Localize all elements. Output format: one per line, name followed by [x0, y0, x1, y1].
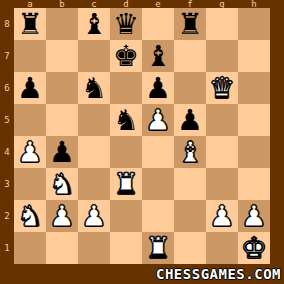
- file-label-b: b: [46, 0, 78, 8]
- square-c4[interactable]: [78, 136, 110, 168]
- square-e2[interactable]: [142, 200, 174, 232]
- square-h1[interactable]: ♚: [238, 232, 270, 264]
- square-a7[interactable]: [14, 40, 46, 72]
- square-c8[interactable]: ♝: [78, 8, 110, 40]
- black-rook-f8[interactable]: ♜: [177, 8, 203, 40]
- white-knight-b3[interactable]: ♞: [49, 168, 75, 200]
- square-g8[interactable]: [206, 8, 238, 40]
- rank-label-3: 3: [0, 168, 14, 200]
- board-area: 87654321 ♜♝♛♜♚♝♟♞♟♛♞♟♟♟♟♝♞♜♞♟♟♟♟♜♚: [0, 8, 284, 264]
- white-pawn-e5[interactable]: ♟: [145, 104, 171, 136]
- square-g6[interactable]: ♛: [206, 72, 238, 104]
- square-d6[interactable]: [110, 72, 142, 104]
- square-b7[interactable]: [46, 40, 78, 72]
- square-f3[interactable]: [174, 168, 206, 200]
- rank-label-1: 1: [0, 232, 14, 264]
- white-pawn-b2[interactable]: ♟: [49, 200, 75, 232]
- square-h8[interactable]: [238, 8, 270, 40]
- square-c1[interactable]: [78, 232, 110, 264]
- square-a4[interactable]: ♟: [14, 136, 46, 168]
- white-bishop-f4[interactable]: ♝: [177, 136, 203, 168]
- square-d5[interactable]: ♞: [110, 104, 142, 136]
- square-b3[interactable]: ♞: [46, 168, 78, 200]
- square-g3[interactable]: [206, 168, 238, 200]
- square-c3[interactable]: [78, 168, 110, 200]
- square-a8[interactable]: ♜: [14, 8, 46, 40]
- square-b1[interactable]: [46, 232, 78, 264]
- black-pawn-f5[interactable]: ♟: [177, 104, 203, 136]
- square-g5[interactable]: [206, 104, 238, 136]
- square-d7[interactable]: ♚: [110, 40, 142, 72]
- rank-label-6: 6: [0, 72, 14, 104]
- square-a2[interactable]: ♞: [14, 200, 46, 232]
- square-e6[interactable]: ♟: [142, 72, 174, 104]
- chessboard-frame: abcdefgh 87654321 ♜♝♛♜♚♝♟♞♟♛♞♟♟♟♟♝♞♜♞♟♟♟…: [0, 0, 284, 284]
- file-label-g: g: [206, 0, 238, 8]
- square-h6[interactable]: [238, 72, 270, 104]
- square-f7[interactable]: [174, 40, 206, 72]
- black-pawn-a6[interactable]: ♟: [17, 72, 43, 104]
- square-h3[interactable]: [238, 168, 270, 200]
- rank-label-4: 4: [0, 136, 14, 168]
- square-f8[interactable]: ♜: [174, 8, 206, 40]
- square-f5[interactable]: ♟: [174, 104, 206, 136]
- square-f4[interactable]: ♝: [174, 136, 206, 168]
- square-f6[interactable]: [174, 72, 206, 104]
- black-bishop-c8[interactable]: ♝: [81, 8, 107, 40]
- black-bishop-e7[interactable]: ♝: [145, 40, 171, 72]
- black-queen-d8[interactable]: ♛: [113, 8, 139, 40]
- square-c7[interactable]: [78, 40, 110, 72]
- square-b6[interactable]: [46, 72, 78, 104]
- square-h4[interactable]: [238, 136, 270, 168]
- square-b2[interactable]: ♟: [46, 200, 78, 232]
- file-label-e: e: [142, 0, 174, 8]
- square-c5[interactable]: [78, 104, 110, 136]
- square-d4[interactable]: [110, 136, 142, 168]
- square-h5[interactable]: [238, 104, 270, 136]
- white-pawn-c2[interactable]: ♟: [81, 200, 107, 232]
- rank-label-5: 5: [0, 104, 14, 136]
- square-e8[interactable]: [142, 8, 174, 40]
- white-king-h1[interactable]: ♚: [241, 232, 267, 264]
- square-e4[interactable]: [142, 136, 174, 168]
- site-watermark: CHESSGAMES.COM: [156, 266, 281, 282]
- bottom-border: CHESSGAMES.COM: [0, 264, 284, 284]
- rank-labels: 87654321: [0, 8, 14, 264]
- white-pawn-h2[interactable]: ♟: [241, 200, 267, 232]
- square-a5[interactable]: [14, 104, 46, 136]
- black-knight-c6[interactable]: ♞: [81, 72, 107, 104]
- square-f2[interactable]: [174, 200, 206, 232]
- square-d1[interactable]: [110, 232, 142, 264]
- black-rook-a8[interactable]: ♜: [17, 8, 43, 40]
- square-b5[interactable]: [46, 104, 78, 136]
- square-e1[interactable]: ♜: [142, 232, 174, 264]
- square-c6[interactable]: ♞: [78, 72, 110, 104]
- black-king-d7[interactable]: ♚: [113, 40, 139, 72]
- square-g7[interactable]: [206, 40, 238, 72]
- square-a3[interactable]: [14, 168, 46, 200]
- rank-label-2: 2: [0, 200, 14, 232]
- square-g2[interactable]: ♟: [206, 200, 238, 232]
- square-d2[interactable]: [110, 200, 142, 232]
- square-c2[interactable]: ♟: [78, 200, 110, 232]
- rank-label-8: 8: [0, 8, 14, 40]
- file-labels: abcdefgh: [14, 0, 284, 8]
- rank-label-7: 7: [0, 40, 14, 72]
- square-a6[interactable]: ♟: [14, 72, 46, 104]
- square-h2[interactable]: ♟: [238, 200, 270, 232]
- square-g4[interactable]: [206, 136, 238, 168]
- chessboard: ♜♝♛♜♚♝♟♞♟♛♞♟♟♟♟♝♞♜♞♟♟♟♟♜♚: [14, 8, 270, 264]
- white-rook-d3[interactable]: ♜: [113, 168, 139, 200]
- square-e7[interactable]: ♝: [142, 40, 174, 72]
- square-g1[interactable]: [206, 232, 238, 264]
- square-b8[interactable]: [46, 8, 78, 40]
- black-pawn-e6[interactable]: ♟: [145, 72, 171, 104]
- file-label-h: h: [238, 0, 270, 8]
- white-pawn-a4[interactable]: ♟: [17, 136, 43, 168]
- black-pawn-b4[interactable]: ♟: [49, 136, 75, 168]
- square-e5[interactable]: ♟: [142, 104, 174, 136]
- square-e3[interactable]: [142, 168, 174, 200]
- square-f1[interactable]: [174, 232, 206, 264]
- square-b4[interactable]: ♟: [46, 136, 78, 168]
- square-a1[interactable]: [14, 232, 46, 264]
- square-h7[interactable]: [238, 40, 270, 72]
- square-d8[interactable]: ♛: [110, 8, 142, 40]
- white-rook-e1[interactable]: ♜: [145, 232, 171, 264]
- square-d3[interactable]: ♜: [110, 168, 142, 200]
- white-knight-a2[interactable]: ♞: [17, 200, 43, 232]
- white-queen-g6[interactable]: ♛: [209, 72, 235, 104]
- white-pawn-g2[interactable]: ♟: [209, 200, 235, 232]
- black-knight-d5[interactable]: ♞: [113, 104, 139, 136]
